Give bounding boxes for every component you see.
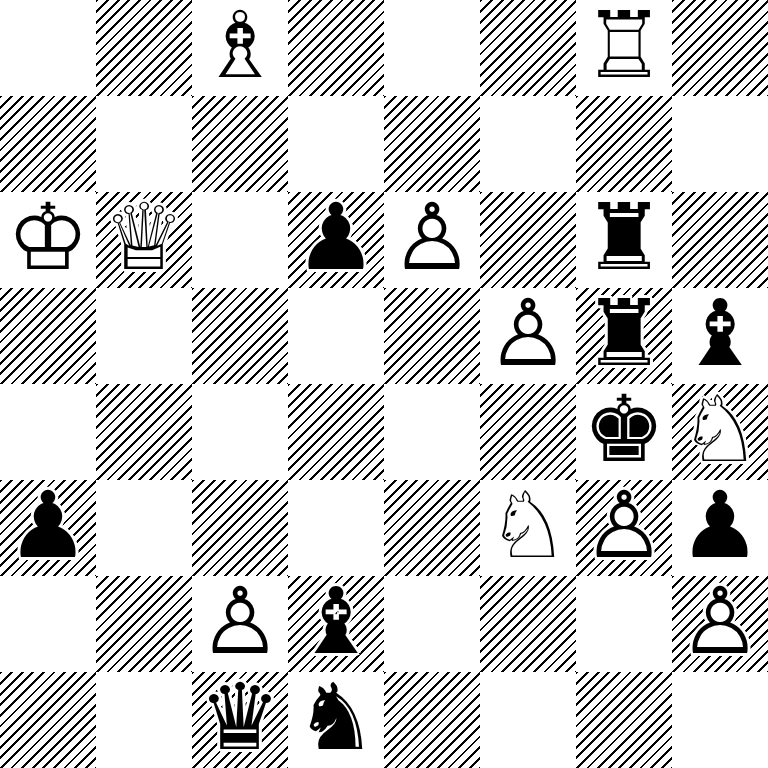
piece-glyph: ♙ bbox=[192, 576, 288, 672]
piece-glyph: ♜ bbox=[576, 288, 672, 384]
piece-black-king-g4: ♚♚ bbox=[576, 384, 672, 480]
piece-glyph: ♟ bbox=[672, 480, 768, 576]
square-f7[interactable] bbox=[480, 96, 576, 192]
square-d6[interactable]: ♟♟ bbox=[288, 192, 384, 288]
square-g7[interactable] bbox=[576, 96, 672, 192]
square-c1[interactable]: ♛♛ bbox=[192, 672, 288, 768]
square-g5[interactable]: ♜♜ bbox=[576, 288, 672, 384]
chess-board: ♝♗♜♖♚♔♛♕♟♟♟♙♜♜♟♙♜♜♝♝♚♚♞♘♟♟♞♘♟♙♟♟♟♙♝♝♟♙♛♛… bbox=[0, 0, 768, 768]
square-b7[interactable] bbox=[96, 96, 192, 192]
piece-black-bishop-h5: ♝♝ bbox=[672, 288, 768, 384]
square-a4[interactable] bbox=[0, 384, 96, 480]
piece-white-knight-f3: ♞♘ bbox=[480, 480, 576, 576]
square-f2[interactable] bbox=[480, 576, 576, 672]
square-g1[interactable] bbox=[576, 672, 672, 768]
piece-glyph: ♗ bbox=[192, 0, 288, 96]
square-e7[interactable] bbox=[384, 96, 480, 192]
square-b5[interactable] bbox=[96, 288, 192, 384]
square-a7[interactable] bbox=[0, 96, 96, 192]
square-a2[interactable] bbox=[0, 576, 96, 672]
piece-white-pawn-c2: ♟♙ bbox=[192, 576, 288, 672]
piece-glyph: ♝ bbox=[672, 288, 768, 384]
square-d5[interactable] bbox=[288, 288, 384, 384]
square-e4[interactable] bbox=[384, 384, 480, 480]
piece-glyph: ♛ bbox=[192, 672, 288, 768]
square-a6[interactable]: ♚♔ bbox=[0, 192, 96, 288]
square-e6[interactable]: ♟♙ bbox=[384, 192, 480, 288]
piece-white-king-a6: ♚♔ bbox=[0, 192, 96, 288]
square-f6[interactable] bbox=[480, 192, 576, 288]
square-f4[interactable] bbox=[480, 384, 576, 480]
piece-black-bishop-d2: ♝♝ bbox=[288, 576, 384, 672]
piece-glyph: ♙ bbox=[672, 576, 768, 672]
square-e5[interactable] bbox=[384, 288, 480, 384]
square-f8[interactable] bbox=[480, 0, 576, 96]
square-a1[interactable] bbox=[0, 672, 96, 768]
square-d7[interactable] bbox=[288, 96, 384, 192]
piece-black-rook-g6: ♜♜ bbox=[576, 192, 672, 288]
piece-white-pawn-e6: ♟♙ bbox=[384, 192, 480, 288]
piece-white-rook-g8: ♜♖ bbox=[576, 0, 672, 96]
piece-glyph: ♘ bbox=[480, 480, 576, 576]
square-g2[interactable] bbox=[576, 576, 672, 672]
piece-glyph: ♙ bbox=[384, 192, 480, 288]
square-h7[interactable] bbox=[672, 96, 768, 192]
square-c6[interactable] bbox=[192, 192, 288, 288]
piece-white-pawn-h2: ♟♙ bbox=[672, 576, 768, 672]
square-b4[interactable] bbox=[96, 384, 192, 480]
piece-glyph: ♞ bbox=[288, 672, 384, 768]
square-e3[interactable] bbox=[384, 480, 480, 576]
square-d1[interactable]: ♞♞ bbox=[288, 672, 384, 768]
piece-glyph: ♕ bbox=[96, 192, 192, 288]
piece-glyph: ♜ bbox=[576, 192, 672, 288]
square-b8[interactable] bbox=[96, 0, 192, 96]
square-b3[interactable] bbox=[96, 480, 192, 576]
piece-glyph: ♙ bbox=[576, 480, 672, 576]
square-c7[interactable] bbox=[192, 96, 288, 192]
piece-black-rook-g5: ♜♜ bbox=[576, 288, 672, 384]
piece-black-queen-c1: ♛♛ bbox=[192, 672, 288, 768]
piece-glyph: ♟ bbox=[288, 192, 384, 288]
square-b6[interactable]: ♛♕ bbox=[96, 192, 192, 288]
square-g6[interactable]: ♜♜ bbox=[576, 192, 672, 288]
piece-glyph: ♔ bbox=[0, 192, 96, 288]
square-e1[interactable] bbox=[384, 672, 480, 768]
piece-glyph: ♙ bbox=[480, 288, 576, 384]
square-c3[interactable] bbox=[192, 480, 288, 576]
square-d8[interactable] bbox=[288, 0, 384, 96]
square-c4[interactable] bbox=[192, 384, 288, 480]
square-g4[interactable]: ♚♚ bbox=[576, 384, 672, 480]
square-g3[interactable]: ♟♙ bbox=[576, 480, 672, 576]
square-d3[interactable] bbox=[288, 480, 384, 576]
square-f3[interactable]: ♞♘ bbox=[480, 480, 576, 576]
square-a3[interactable]: ♟♟ bbox=[0, 480, 96, 576]
square-a8[interactable] bbox=[0, 0, 96, 96]
piece-white-bishop-c8: ♝♗ bbox=[192, 0, 288, 96]
piece-glyph: ♟ bbox=[0, 480, 96, 576]
piece-black-knight-d1: ♞♞ bbox=[288, 672, 384, 768]
piece-black-pawn-d6: ♟♟ bbox=[288, 192, 384, 288]
square-g8[interactable]: ♜♖ bbox=[576, 0, 672, 96]
square-e8[interactable] bbox=[384, 0, 480, 96]
square-a5[interactable] bbox=[0, 288, 96, 384]
square-c8[interactable]: ♝♗ bbox=[192, 0, 288, 96]
square-d2[interactable]: ♝♝ bbox=[288, 576, 384, 672]
square-e2[interactable] bbox=[384, 576, 480, 672]
piece-black-pawn-a3: ♟♟ bbox=[0, 480, 96, 576]
piece-white-pawn-f5: ♟♙ bbox=[480, 288, 576, 384]
square-h2[interactable]: ♟♙ bbox=[672, 576, 768, 672]
square-h1[interactable] bbox=[672, 672, 768, 768]
square-h4[interactable]: ♞♘ bbox=[672, 384, 768, 480]
piece-glyph: ♖ bbox=[576, 0, 672, 96]
square-c5[interactable] bbox=[192, 288, 288, 384]
square-b2[interactable] bbox=[96, 576, 192, 672]
square-h8[interactable] bbox=[672, 0, 768, 96]
piece-white-pawn-g3: ♟♙ bbox=[576, 480, 672, 576]
square-h5[interactable]: ♝♝ bbox=[672, 288, 768, 384]
square-h3[interactable]: ♟♟ bbox=[672, 480, 768, 576]
piece-white-queen-b6: ♛♕ bbox=[96, 192, 192, 288]
piece-glyph: ♚ bbox=[576, 384, 672, 480]
piece-glyph: ♘ bbox=[672, 384, 768, 480]
square-c2[interactable]: ♟♙ bbox=[192, 576, 288, 672]
square-b1[interactable] bbox=[96, 672, 192, 768]
piece-black-pawn-h3: ♟♟ bbox=[672, 480, 768, 576]
square-d4[interactable] bbox=[288, 384, 384, 480]
square-f1[interactable] bbox=[480, 672, 576, 768]
piece-glyph: ♝ bbox=[288, 576, 384, 672]
square-f5[interactable]: ♟♙ bbox=[480, 288, 576, 384]
piece-white-knight-h4: ♞♘ bbox=[672, 384, 768, 480]
square-h6[interactable] bbox=[672, 192, 768, 288]
